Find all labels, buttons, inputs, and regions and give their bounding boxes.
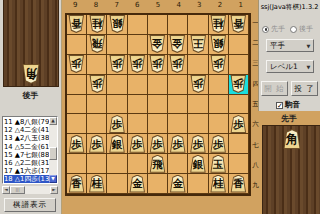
gote-pawn-piece[interactable]: 歩 bbox=[169, 55, 186, 73]
column-label: 6 bbox=[127, 1, 148, 12]
handicap-value: 平手 bbox=[267, 41, 304, 51]
sente-king-piece[interactable]: 玉 bbox=[210, 155, 227, 173]
piece-kanji: 歩 bbox=[191, 136, 205, 152]
piece-kanji: 歩 bbox=[231, 116, 245, 132]
gote-king-piece[interactable]: 王 bbox=[190, 35, 207, 53]
square-4-九[interactable]: 金 bbox=[168, 174, 188, 194]
square-8-六[interactable] bbox=[87, 114, 107, 134]
piece-kanji: 銀 bbox=[191, 156, 205, 172]
shogi-app-window: 角 後手 11 ▲8八銀(79)12 △4二金(41)13 ▲2八玉(38)14… bbox=[0, 0, 320, 214]
sente-silver-piece[interactable]: 銀 bbox=[190, 155, 207, 173]
square-4-二[interactable]: 金 bbox=[168, 35, 188, 55]
move-list-item[interactable]: 16 △2二銀(31) bbox=[4, 159, 49, 167]
piece-kanji: 歩 bbox=[191, 76, 205, 92]
piece-kanji: 飛 bbox=[90, 36, 104, 52]
square-4-六[interactable] bbox=[168, 114, 188, 134]
sente-lance-piece[interactable]: 香 bbox=[230, 175, 247, 193]
sente-rook-piece[interactable]: 飛 bbox=[149, 155, 166, 173]
gote-gold-piece[interactable]: 金 bbox=[169, 35, 186, 53]
scroll-up-button[interactable]: ▲ bbox=[49, 117, 57, 125]
square-3-六[interactable] bbox=[188, 114, 208, 134]
sente-pawn-piece[interactable]: 歩 bbox=[149, 135, 166, 153]
gote-knight-piece[interactable]: 桂 bbox=[89, 15, 106, 33]
gote-label: 後手 bbox=[0, 90, 61, 101]
row-label: 七 bbox=[251, 135, 260, 155]
square-8-四[interactable]: 歩 bbox=[87, 75, 107, 95]
sente-pawn-piece[interactable]: 歩 bbox=[190, 135, 207, 153]
square-1-一[interactable]: 香 bbox=[229, 15, 249, 35]
square-5-六[interactable] bbox=[148, 114, 168, 134]
square-1-七[interactable] bbox=[229, 134, 249, 154]
sente-pawn-piece[interactable]: 歩 bbox=[129, 135, 146, 153]
square-7-四[interactable] bbox=[107, 75, 127, 95]
left-sidebar: 角 後手 11 ▲8八銀(79)12 △4二金(41)13 ▲2八玉(38)14… bbox=[0, 0, 62, 214]
piece-kanji: 歩 bbox=[70, 136, 84, 152]
piece-kanji: 王 bbox=[191, 36, 205, 52]
square-3-四[interactable]: 歩 bbox=[188, 75, 208, 95]
square-1-二[interactable] bbox=[229, 35, 249, 55]
sente-knight-piece[interactable]: 桂 bbox=[210, 175, 227, 193]
scroll-left-button[interactable]: ◄ bbox=[2, 186, 10, 194]
square-4-四[interactable] bbox=[168, 75, 188, 95]
sente-bishop-piece[interactable]: 角 bbox=[283, 129, 301, 149]
level-value: レベル1 bbox=[267, 62, 304, 72]
square-1-六[interactable]: 歩 bbox=[229, 114, 249, 134]
square-9-七[interactable]: 歩 bbox=[67, 134, 87, 154]
piece-kanji: 歩 bbox=[90, 76, 104, 92]
column-label: 9 bbox=[65, 1, 86, 12]
gote-gold-piece[interactable]: 金 bbox=[149, 35, 166, 53]
sente-pawn-piece[interactable]: 歩 bbox=[169, 135, 186, 153]
vertical-scroll-thumb[interactable] bbox=[49, 147, 57, 160]
column-label: 4 bbox=[168, 1, 189, 12]
horizontal-scroll-track[interactable] bbox=[25, 186, 50, 194]
square-8-一[interactable]: 桂 bbox=[87, 15, 107, 35]
gote-pawn-piece[interactable]: 歩 bbox=[109, 55, 126, 73]
piece-kanji: 飛 bbox=[150, 156, 164, 172]
square-5-二[interactable]: 金 bbox=[148, 35, 168, 55]
square-3-一[interactable] bbox=[188, 15, 208, 35]
resign-button[interactable]: 投 了 bbox=[291, 81, 318, 96]
level-select[interactable]: レベル1 ▼ bbox=[266, 60, 314, 73]
square-9-一[interactable]: 香 bbox=[67, 15, 87, 35]
piece-kanji: 銀 bbox=[110, 16, 124, 32]
piece-kanji: 金 bbox=[171, 176, 185, 192]
piece-sound-option: ✓ 駒音 bbox=[276, 100, 300, 110]
sente-pawn-piece[interactable]: 歩 bbox=[230, 115, 247, 133]
piece-kanji: 歩 bbox=[211, 136, 225, 152]
move-list-items[interactable]: 11 ▲8八銀(79)12 △4二金(41)13 ▲2八玉(38)14 △5二金… bbox=[4, 118, 49, 183]
game-buttons: 開 始 投 了 bbox=[261, 81, 318, 96]
sente-pawn-piece[interactable]: 歩 bbox=[68, 135, 85, 153]
row-label: 八 bbox=[251, 155, 260, 175]
square-4-三[interactable]: 歩 bbox=[168, 55, 188, 75]
piece-kanji: 歩 bbox=[150, 136, 164, 152]
square-5-四[interactable] bbox=[148, 75, 168, 95]
piece-kanji: 銀 bbox=[211, 36, 225, 52]
start-button[interactable]: 開 始 bbox=[261, 81, 288, 96]
square-7-七[interactable]: 銀 bbox=[107, 134, 127, 154]
sente-pawn-piece[interactable]: 歩 bbox=[109, 115, 126, 133]
piece-kanji: 桂 bbox=[90, 176, 104, 192]
piece-kanji: 歩 bbox=[90, 136, 104, 152]
piece-kanji: 香 bbox=[70, 176, 84, 192]
square-1-八[interactable] bbox=[229, 154, 249, 174]
gote-radio-button[interactable] bbox=[290, 26, 297, 33]
piece-kanji: 金 bbox=[150, 36, 164, 52]
piece-kanji: 金 bbox=[130, 176, 144, 192]
side-radio-group: 先手 後手 bbox=[262, 24, 316, 34]
square-6-五[interactable] bbox=[128, 95, 148, 115]
column-label: 5 bbox=[148, 1, 169, 12]
square-3-五[interactable] bbox=[188, 95, 208, 115]
square-6-四[interactable] bbox=[128, 75, 148, 95]
gote-bishop-piece[interactable]: 角 bbox=[22, 64, 40, 84]
sente-gold-piece[interactable]: 金 bbox=[169, 175, 186, 193]
piece-kanji: 桂 bbox=[211, 16, 225, 32]
square-8-九[interactable]: 桂 bbox=[87, 174, 107, 194]
square-5-九[interactable] bbox=[148, 174, 168, 194]
right-arrow-icon: ► bbox=[52, 187, 55, 192]
sound-checkbox[interactable]: ✓ bbox=[276, 102, 283, 109]
sente-label: 先手 bbox=[258, 113, 320, 124]
gote-pawn-piece[interactable]: 歩 bbox=[89, 75, 106, 93]
piece-kanji: 歩 bbox=[110, 56, 124, 72]
board-grid[interactable]: 香桂銀桂香飛金金王銀歩歩歩歩歩歩歩歩歩歩歩歩歩銀歩歩歩歩歩飛銀玉香桂金金桂香 bbox=[65, 13, 251, 196]
square-3-二[interactable]: 王 bbox=[188, 35, 208, 55]
move-list-vertical-scrollbar[interactable]: ▲ ▼ bbox=[49, 117, 57, 183]
sound-label: 駒音 bbox=[285, 100, 300, 110]
piece-kanji: 角 bbox=[284, 130, 300, 148]
gote-pawn-piece[interactable]: 歩 bbox=[190, 75, 207, 93]
sente-lance-piece[interactable]: 香 bbox=[68, 175, 85, 193]
square-9-二[interactable] bbox=[67, 35, 87, 55]
square-6-三[interactable]: 歩 bbox=[128, 55, 148, 75]
square-8-八[interactable] bbox=[87, 154, 107, 174]
square-6-九[interactable]: 金 bbox=[128, 174, 148, 194]
square-9-五[interactable] bbox=[67, 95, 87, 115]
gote-silver-piece[interactable]: 銀 bbox=[109, 15, 126, 33]
square-2-一[interactable]: 桂 bbox=[209, 15, 229, 35]
square-6-二[interactable] bbox=[128, 35, 148, 55]
gote-pawn-piece[interactable]: 歩 bbox=[68, 55, 85, 73]
piece-kanji: 金 bbox=[171, 36, 185, 52]
square-1-九[interactable]: 香 bbox=[229, 174, 249, 194]
gote-knight-piece[interactable]: 桂 bbox=[210, 15, 227, 33]
piece-kanji: 香 bbox=[70, 16, 84, 32]
scroll-right-button[interactable]: ► bbox=[50, 186, 58, 194]
piece-kanji: 歩 bbox=[110, 116, 124, 132]
sente-knight-piece[interactable]: 桂 bbox=[89, 175, 106, 193]
square-9-四[interactable] bbox=[67, 75, 87, 95]
move-list-item[interactable]: 12 △4二金(41) bbox=[4, 126, 49, 134]
square-5-八[interactable]: 飛 bbox=[148, 154, 168, 174]
row-label: 九 bbox=[251, 176, 260, 196]
square-2-八[interactable]: 玉 bbox=[209, 154, 229, 174]
square-2-九[interactable]: 桂 bbox=[209, 174, 229, 194]
move-list[interactable]: 11 ▲8八銀(79)12 △4二金(41)13 ▲2八玉(38)14 △5二金… bbox=[2, 116, 58, 184]
square-8-三[interactable] bbox=[87, 55, 107, 75]
square-7-一[interactable]: 銀 bbox=[107, 15, 127, 35]
gote-rook-piece[interactable]: 飛 bbox=[89, 35, 106, 53]
gote-pawn-piece[interactable]: 歩 bbox=[230, 75, 247, 93]
column-label: 7 bbox=[106, 1, 127, 12]
scroll-down-button[interactable]: ▼ bbox=[49, 175, 57, 183]
square-7-八[interactable] bbox=[107, 154, 127, 174]
move-list-item[interactable]: 13 ▲2八玉(38) bbox=[4, 134, 49, 142]
square-2-七[interactable]: 歩 bbox=[209, 134, 229, 154]
handicap-select[interactable]: 平手 ▼ bbox=[266, 39, 314, 52]
check-icon: ✓ bbox=[277, 102, 283, 110]
square-2-五[interactable] bbox=[209, 95, 229, 115]
sente-radio-button[interactable] bbox=[262, 26, 269, 33]
square-7-九[interactable] bbox=[107, 174, 127, 194]
column-label: 2 bbox=[210, 1, 231, 12]
square-1-三[interactable] bbox=[229, 55, 249, 75]
piece-kanji: 玉 bbox=[211, 156, 225, 172]
square-5-三[interactable]: 歩 bbox=[148, 55, 168, 75]
gote-pawn-piece[interactable]: 歩 bbox=[149, 55, 166, 73]
sente-hand-tray[interactable]: 角 bbox=[262, 125, 320, 214]
chevron-down-icon: ▼ bbox=[304, 64, 313, 70]
piece-kanji: 歩 bbox=[231, 76, 245, 92]
piece-kanji: 角 bbox=[23, 65, 39, 83]
sente-gold-piece[interactable]: 金 bbox=[129, 175, 146, 193]
sente-silver-piece[interactable]: 銀 bbox=[109, 135, 126, 153]
square-9-九[interactable]: 香 bbox=[67, 174, 87, 194]
column-label: 8 bbox=[86, 1, 107, 12]
piece-kanji: 歩 bbox=[171, 56, 185, 72]
move-list-item[interactable]: 14 △5二金(61) bbox=[4, 143, 49, 151]
move-list-horizontal-scrollbar[interactable]: ◄ ||| ► bbox=[2, 186, 58, 194]
gote-lance-piece[interactable]: 香 bbox=[230, 15, 247, 33]
square-6-八[interactable] bbox=[128, 154, 148, 174]
square-8-七[interactable]: 歩 bbox=[87, 134, 107, 154]
square-8-五[interactable] bbox=[87, 95, 107, 115]
square-8-二[interactable]: 飛 bbox=[87, 35, 107, 55]
piece-kanji: 歩 bbox=[171, 136, 185, 152]
square-9-六[interactable] bbox=[67, 114, 87, 134]
down-arrow-icon: ▼ bbox=[51, 176, 54, 181]
square-5-一[interactable] bbox=[148, 15, 168, 35]
gote-lance-piece[interactable]: 香 bbox=[68, 15, 85, 33]
piece-kanji: 香 bbox=[231, 176, 245, 192]
square-2-三[interactable]: 歩 bbox=[209, 55, 229, 75]
move-list-item[interactable]: 15 ▲7七銀(88) bbox=[4, 151, 49, 159]
app-title: ssj(Java将棋)1.3.2 bbox=[259, 3, 320, 12]
piece-kanji: 歩 bbox=[130, 56, 144, 72]
grip-icon: ||| bbox=[15, 187, 19, 192]
horizontal-scroll-thumb[interactable]: ||| bbox=[10, 186, 25, 194]
square-4-五[interactable] bbox=[168, 95, 188, 115]
gote-hand-tray[interactable]: 角 bbox=[3, 0, 59, 87]
square-1-四[interactable]: 歩 bbox=[229, 75, 249, 95]
gote-pawn-piece[interactable]: 歩 bbox=[129, 55, 146, 73]
square-4-七[interactable]: 歩 bbox=[168, 134, 188, 154]
gote-silver-piece[interactable]: 銀 bbox=[210, 35, 227, 53]
square-6-六[interactable] bbox=[128, 114, 148, 134]
board-column-labels: 987654321 bbox=[65, 1, 251, 12]
sente-pawn-piece[interactable]: 歩 bbox=[89, 135, 106, 153]
piece-kanji: 桂 bbox=[90, 16, 104, 32]
up-arrow-icon: ▲ bbox=[51, 118, 54, 123]
piece-kanji: 歩 bbox=[130, 136, 144, 152]
square-9-八[interactable] bbox=[67, 154, 87, 174]
square-6-七[interactable]: 歩 bbox=[128, 134, 148, 154]
square-7-二[interactable] bbox=[107, 35, 127, 55]
square-7-六[interactable]: 歩 bbox=[107, 114, 127, 134]
square-3-七[interactable]: 歩 bbox=[188, 134, 208, 154]
chevron-down-icon: ▼ bbox=[304, 43, 313, 49]
column-label: 3 bbox=[189, 1, 210, 12]
kifu-display-button[interactable]: 棋譜表示 bbox=[4, 198, 56, 212]
control-panel: ssj(Java将棋)1.3.2 先手 後手 平手 ▼ レベル1 ▼ 開 始 投… bbox=[258, 0, 320, 111]
square-2-二[interactable]: 銀 bbox=[209, 35, 229, 55]
square-9-三[interactable]: 歩 bbox=[67, 55, 87, 75]
square-3-九[interactable] bbox=[188, 174, 208, 194]
square-4-八[interactable] bbox=[168, 154, 188, 174]
piece-kanji: 歩 bbox=[70, 56, 84, 72]
square-6-一[interactable] bbox=[128, 15, 148, 35]
square-1-五[interactable] bbox=[229, 95, 249, 115]
gote-pawn-piece[interactable]: 歩 bbox=[210, 55, 227, 73]
piece-kanji: 桂 bbox=[211, 176, 225, 192]
square-2-六[interactable] bbox=[209, 114, 229, 134]
move-list-item[interactable]: 18 △1四歩(13) bbox=[4, 175, 49, 183]
square-5-五[interactable] bbox=[148, 95, 168, 115]
sente-radio-label: 先手 bbox=[271, 24, 285, 34]
square-7-三[interactable]: 歩 bbox=[107, 55, 127, 75]
piece-kanji: 香 bbox=[231, 16, 245, 32]
piece-kanji: 歩 bbox=[211, 56, 225, 72]
piece-kanji: 銀 bbox=[110, 136, 124, 152]
move-list-item[interactable]: 11 ▲8八銀(79) bbox=[4, 118, 49, 126]
square-3-三[interactable] bbox=[188, 55, 208, 75]
square-7-五[interactable] bbox=[107, 95, 127, 115]
square-3-八[interactable]: 銀 bbox=[188, 154, 208, 174]
left-arrow-icon: ◄ bbox=[4, 187, 7, 192]
sente-pawn-piece[interactable]: 歩 bbox=[210, 135, 227, 153]
square-5-七[interactable]: 歩 bbox=[148, 134, 168, 154]
square-2-四[interactable] bbox=[209, 75, 229, 95]
piece-kanji: 歩 bbox=[150, 56, 164, 72]
square-4-一[interactable] bbox=[168, 15, 188, 35]
move-list-item[interactable]: 17 ▲1六歩(17) bbox=[4, 167, 49, 175]
column-label: 1 bbox=[230, 1, 251, 12]
gote-radio-label: 後手 bbox=[299, 24, 313, 34]
